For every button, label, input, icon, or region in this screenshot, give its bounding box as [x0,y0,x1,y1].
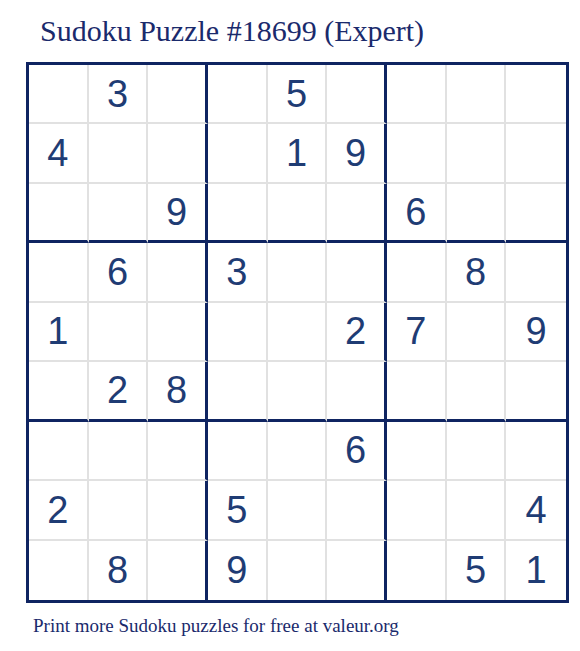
cell-r5c3[interactable] [148,303,208,362]
cell-r3c9[interactable] [506,184,566,243]
cell-r9c9-given[interactable]: 1 [506,541,566,600]
cell-r8c6[interactable] [327,481,387,540]
cell-r1c5-given[interactable]: 5 [268,65,328,124]
cell-r7c6-given[interactable]: 6 [327,422,387,481]
cell-r7c8[interactable] [447,422,507,481]
cell-r8c8[interactable] [447,481,507,540]
cell-r6c5[interactable] [268,362,328,421]
cell-r1c4[interactable] [208,65,268,124]
cell-r7c4[interactable] [208,422,268,481]
cell-r1c1[interactable] [29,65,89,124]
cell-r2c8[interactable] [447,124,507,183]
cell-r3c2[interactable] [89,184,149,243]
cell-r6c4[interactable] [208,362,268,421]
cell-r6c3-given[interactable]: 8 [148,362,208,421]
cell-r7c5[interactable] [268,422,328,481]
cell-r1c7[interactable] [387,65,447,124]
cell-r6c2-given[interactable]: 2 [89,362,149,421]
cell-r9c8-given[interactable]: 5 [447,541,507,600]
cell-r5c8[interactable] [447,303,507,362]
cell-r5c5[interactable] [268,303,328,362]
cell-r4c2-given[interactable]: 6 [89,243,149,302]
cell-r4c1[interactable] [29,243,89,302]
cell-r8c3[interactable] [148,481,208,540]
cell-r2c4[interactable] [208,124,268,183]
cell-r4c3[interactable] [148,243,208,302]
cell-r8c1-given[interactable]: 2 [29,481,89,540]
cell-r8c2[interactable] [89,481,149,540]
cell-r2c3[interactable] [148,124,208,183]
sudoku-page: Sudoku Puzzle #18699 (Expert) 3541996638… [0,0,580,651]
cell-r9c2-given[interactable]: 8 [89,541,149,600]
cell-r2c1-given[interactable]: 4 [29,124,89,183]
cell-r5c9-given[interactable]: 9 [506,303,566,362]
cell-r4c6[interactable] [327,243,387,302]
cell-r7c3[interactable] [148,422,208,481]
cell-r3c8[interactable] [447,184,507,243]
cell-r1c2-given[interactable]: 3 [89,65,149,124]
cell-r5c2[interactable] [89,303,149,362]
cell-r2c2[interactable] [89,124,149,183]
cell-r4c9[interactable] [506,243,566,302]
cell-r2c6-given[interactable]: 9 [327,124,387,183]
cell-r4c8-given[interactable]: 8 [447,243,507,302]
cell-r7c2[interactable] [89,422,149,481]
cell-r5c7-given[interactable]: 7 [387,303,447,362]
cell-r2c7[interactable] [387,124,447,183]
cell-r7c1[interactable] [29,422,89,481]
cell-r9c4-given[interactable]: 9 [208,541,268,600]
cell-r4c4-given[interactable]: 3 [208,243,268,302]
cell-r6c8[interactable] [447,362,507,421]
cell-r2c9[interactable] [506,124,566,183]
cell-r8c4-given[interactable]: 5 [208,481,268,540]
cell-r1c6[interactable] [327,65,387,124]
cell-r1c3[interactable] [148,65,208,124]
cell-r4c5[interactable] [268,243,328,302]
cell-r3c4[interactable] [208,184,268,243]
cell-r6c1[interactable] [29,362,89,421]
cell-r3c5[interactable] [268,184,328,243]
cell-r5c4[interactable] [208,303,268,362]
cell-r6c9[interactable] [506,362,566,421]
cell-r7c7[interactable] [387,422,447,481]
cell-r2c5-given[interactable]: 1 [268,124,328,183]
cell-r1c8[interactable] [447,65,507,124]
page-title: Sudoku Puzzle #18699 (Expert) [40,14,424,47]
cell-r6c7[interactable] [387,362,447,421]
cell-r9c7[interactable] [387,541,447,600]
cell-r9c6[interactable] [327,541,387,600]
cell-r1c9[interactable] [506,65,566,124]
cell-r9c5[interactable] [268,541,328,600]
cell-r8c5[interactable] [268,481,328,540]
cell-r3c3-given[interactable]: 9 [148,184,208,243]
cell-r5c1-given[interactable]: 1 [29,303,89,362]
cell-r5c6-given[interactable]: 2 [327,303,387,362]
cell-r8c9-given[interactable]: 4 [506,481,566,540]
footer-text: Print more Sudoku puzzles for free at va… [33,615,399,638]
cell-r8c7[interactable] [387,481,447,540]
cell-r6c6[interactable] [327,362,387,421]
cell-r3c7-given[interactable]: 6 [387,184,447,243]
cell-r9c3[interactable] [148,541,208,600]
cell-r3c6[interactable] [327,184,387,243]
cell-r4c7[interactable] [387,243,447,302]
cell-r3c1[interactable] [29,184,89,243]
sudoku-board: 354199663812792862548951 [26,62,569,603]
cell-r9c1[interactable] [29,541,89,600]
cell-r7c9[interactable] [506,422,566,481]
